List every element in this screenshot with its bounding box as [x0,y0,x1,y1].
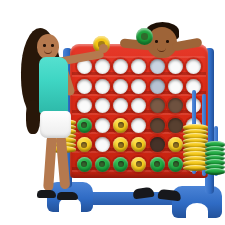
empty-hole [113,79,128,94]
board-cell-r3c5 [148,96,166,116]
green-disc [168,157,183,172]
board-cell-r2c5 [148,77,166,97]
board-cell-r5c4 [130,135,148,155]
yellow-disc [131,157,146,172]
empty-hole [168,98,183,113]
empty-hole [150,137,165,152]
board-cell-r1c5 [148,57,166,77]
empty-hole [131,59,146,74]
girl-tank-top [39,57,68,114]
yellow-disc [113,137,128,152]
board-cell-r5c1 [75,135,93,155]
empty-hole [95,79,110,94]
yellow-disc [113,118,128,133]
empty-hole [131,98,146,113]
girl-hair-strand [26,100,40,134]
board-cell-r4c1 [75,116,93,136]
board-cell-r5c6 [166,135,184,155]
green-disc [77,118,92,133]
board-cell-r3c4 [130,96,148,116]
empty-hole [113,59,128,74]
green-disc [77,157,92,172]
empty-hole [186,59,201,74]
green-disc [95,157,110,172]
yellow-disc [168,137,183,152]
empty-hole [131,79,146,94]
board-cell-r3c6 [166,96,184,116]
board-cell-r2c2 [93,77,111,97]
board-cell-r6c1 [75,155,93,175]
board-cell-r6c2 [93,155,111,175]
girl-head [37,34,59,59]
empty-hole [95,137,110,152]
right-foot [172,186,222,218]
board-cell-r4c4 [130,116,148,136]
board-cell-r5c3 [112,135,130,155]
green-stacked-disc [205,168,225,175]
empty-hole [113,98,128,113]
right-green-stack [205,143,225,175]
girl-shorts [40,111,71,138]
green-disc [150,157,165,172]
empty-hole [168,79,183,94]
board-cell-r5c2 [93,135,111,155]
board-cell-r4c3 [112,116,130,136]
board-cell-r4c5 [148,116,166,136]
empty-hole [77,98,92,113]
empty-hole [150,79,165,94]
board-cell-r4c6 [166,116,184,136]
empty-hole [150,59,165,74]
boy-held-green-disc [136,28,153,45]
board-cell-r4c2 [93,116,111,136]
board-cell-r3c1 [75,96,93,116]
board-cell-r1c6 [166,57,184,77]
empty-hole [95,98,110,113]
product-photo-scene [0,0,225,225]
board-cell-r6c4 [130,155,148,175]
board-cell-r1c2 [93,57,111,77]
empty-hole [95,59,110,74]
yellow-disc [77,137,92,152]
board-cell-r3c2 [93,96,111,116]
board-cell-r2c4 [130,77,148,97]
board-cell-r6c6 [166,155,184,175]
board-cell-r6c5 [148,155,166,175]
board-cell-r5c5 [148,135,166,155]
girl-right-sandal [57,192,78,200]
board-cell-r2c3 [112,77,130,97]
empty-hole [168,118,183,133]
board-cell-r6c3 [112,155,130,175]
green-disc [113,157,128,172]
board-cell-r1c3 [112,57,130,77]
empty-hole [95,118,110,133]
empty-hole [77,79,92,94]
girl-left-sandal [37,190,56,198]
girl-hand [99,44,108,53]
empty-hole [131,118,146,133]
board-cell-r1c4 [130,57,148,77]
board-cell-r3c3 [112,96,130,116]
yellow-disc [131,137,146,152]
board-cell-r2c1 [75,77,93,97]
empty-hole [150,118,165,133]
empty-hole [168,59,183,74]
board-cell-r1c7 [185,57,203,77]
empty-hole [150,98,165,113]
board-cell-r2c6 [166,77,184,97]
